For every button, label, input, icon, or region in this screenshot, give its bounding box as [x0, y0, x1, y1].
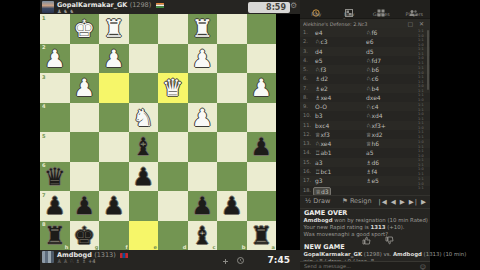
square-f2[interactable]: ♟	[99, 44, 129, 74]
opening-bar-icons[interactable]: ▢ ✕	[407, 19, 426, 28]
emoji-icon[interactable]: ☺	[420, 263, 426, 270]
white-move[interactable]: ♘c3	[315, 38, 328, 45]
square-b3[interactable]	[217, 73, 247, 103]
square-d8[interactable]: d	[158, 221, 188, 251]
black-move[interactable]: ♗d6	[366, 159, 379, 166]
square-b1[interactable]	[217, 14, 247, 44]
move-number: 8.	[303, 94, 308, 100]
move-row: 3.d4d51:11:1	[300, 47, 430, 56]
move-row: 15.a3♗d61:11:1	[300, 158, 430, 167]
square-b7[interactable]: ♟	[217, 191, 247, 221]
move-times: 1:11:0	[418, 38, 424, 46]
black-pawn[interactable]: ♟	[129, 162, 159, 192]
square-a3[interactable]: ♟	[247, 73, 277, 103]
square-e3[interactable]	[129, 73, 159, 103]
move-row: 10.b3♘xd41:01:1	[300, 111, 430, 120]
square-c7[interactable]: ♟	[188, 191, 218, 221]
playback-controls[interactable]: |◀◀▶▶|▶	[376, 198, 427, 206]
game-over-section: GAME OVER Amdbogd won by resignation (10…	[300, 209, 430, 238]
game-over-heading: GAME OVER	[300, 209, 430, 217]
move-number: 7.	[303, 85, 308, 91]
move-row: 4.e5♘fd71:01:1	[300, 56, 430, 65]
move-number: 17.	[303, 177, 311, 183]
black-move[interactable]: ♗e5	[366, 177, 379, 184]
square-h3[interactable]: 3	[40, 73, 70, 103]
square-h8[interactable]: 8h♜	[40, 221, 70, 251]
square-g2[interactable]	[70, 44, 100, 74]
white-king[interactable]: ♚	[70, 14, 100, 44]
move-times: 1:11:1	[418, 103, 424, 111]
move-times: 1:01:1	[418, 112, 424, 120]
chat-input[interactable]: Send a message... ☺	[300, 261, 430, 270]
clock-top: 8:59	[248, 2, 290, 13]
playback-button[interactable]: ▶	[400, 198, 406, 206]
square-b8[interactable]: b	[217, 221, 247, 251]
black-move[interactable]: a5	[366, 149, 374, 156]
move-times: 1:11:0	[418, 29, 424, 37]
move-row: 5.♘f3♘b61:11:0	[300, 65, 430, 74]
game-controls: ½ Draw ⚑ Resign |◀◀▶▶|▶	[300, 195, 430, 209]
square-f3[interactable]	[99, 73, 129, 103]
settings-gear-icon[interactable]: ⚙	[290, 1, 297, 10]
black-rook[interactable]: ♜	[40, 221, 70, 251]
clock-icon	[300, 2, 333, 10]
move-times: 1:11:0	[418, 121, 424, 129]
square-d1[interactable]	[158, 14, 188, 44]
move-row: 14.♖ab1a51:11:0	[300, 148, 430, 157]
timer-icon	[237, 257, 244, 264]
square-h5[interactable]: 5	[40, 132, 70, 162]
square-a1[interactable]	[247, 14, 277, 44]
black-move[interactable]: ♘c6	[366, 75, 379, 82]
move-number: 1.	[303, 29, 308, 35]
good-sport-line: Was movesnaghi a good sport?	[300, 231, 417, 237]
square-h6[interactable]: 6♛	[40, 162, 70, 192]
square-f5[interactable]	[99, 132, 129, 162]
playback-button[interactable]: ◀	[391, 198, 397, 206]
rank-label: 5	[42, 133, 46, 139]
move-number: 9.	[303, 103, 308, 109]
panel-tabs: PlayNew GameGamesPlayers	[300, 0, 430, 19]
move-number: 13.	[303, 140, 311, 146]
black-move[interactable]: ♘fd7	[366, 57, 381, 64]
square-e1[interactable]	[129, 14, 159, 44]
white-move[interactable]: ♘xe4	[315, 140, 331, 147]
square-b6[interactable]	[217, 162, 247, 192]
move-list: 1.e4♘f61:11:02.♘c3e61:11:03.d4d51:11:14.…	[300, 28, 430, 195]
resign-button[interactable]: ⚑ Resign	[342, 197, 372, 205]
move-number: 11.	[303, 122, 311, 128]
move-row: 2.♘c3e61:11:0	[300, 37, 430, 46]
square-a6[interactable]	[247, 162, 277, 192]
move-row: 16.♖bc1♗f41:01:1	[300, 167, 430, 176]
white-move[interactable]: g3	[315, 177, 323, 184]
move-row: 8.♗xe4dxe41:11:0	[300, 93, 430, 102]
black-pawn[interactable]: ♟	[70, 191, 100, 221]
white-move[interactable]: ♗d2	[315, 75, 328, 82]
move-row: 6.♗d2♘c61:11:1	[300, 74, 430, 83]
move-number: 14.	[303, 149, 311, 155]
move-times: 1:11:1	[418, 130, 424, 138]
opening-name: Alekhine's Defense: 2.Nc3	[303, 20, 367, 27]
white-pawn[interactable]: ♟	[188, 103, 218, 133]
square-f8[interactable]: f	[99, 221, 129, 251]
rating: (1313)	[94, 251, 116, 259]
avatar[interactable]	[42, 1, 54, 13]
square-c6[interactable]	[188, 162, 218, 192]
square-c1[interactable]: ♜	[188, 14, 218, 44]
white-pawn[interactable]: ♟	[188, 44, 218, 74]
tab-players[interactable]: Players	[398, 0, 431, 18]
white-move[interactable]: ♕d3	[313, 187, 331, 195]
rating-line: Your new Rapid rating is 1313 (+10).	[300, 224, 417, 230]
black-move[interactable]: ♘f6	[366, 29, 377, 36]
black-move[interactable]: d5	[366, 48, 374, 55]
avatar[interactable]	[42, 251, 54, 263]
white-move[interactable]: a3	[315, 159, 323, 166]
square-g6[interactable]	[70, 162, 100, 192]
rank-label: 1	[42, 15, 46, 21]
square-d4[interactable]	[158, 103, 188, 133]
black-move[interactable]: dxe4	[366, 94, 381, 101]
side-panel: PlayNew GameGamesPlayers Alekhine's Defe…	[300, 0, 430, 270]
square-b2[interactable]	[217, 44, 247, 74]
square-a4[interactable]	[247, 103, 277, 133]
black-bishop[interactable]: ♝	[188, 221, 218, 251]
white-rook[interactable]: ♜	[99, 14, 129, 44]
clock-bottom: 7:45	[268, 255, 290, 265]
move-times: 1:01:1	[418, 167, 424, 175]
material-advantage: +4	[88, 258, 96, 264]
move-times: 1:11:1	[418, 158, 424, 166]
black-move[interactable]: e6	[366, 38, 374, 45]
square-h1[interactable]: 1	[40, 14, 70, 44]
square-a2[interactable]	[247, 44, 277, 74]
square-c5[interactable]	[188, 132, 218, 162]
white-pawn[interactable]: ♟	[40, 44, 70, 74]
move-times: 1:01:1	[418, 84, 424, 92]
grid-icon	[365, 2, 398, 10]
playback-button[interactable]: ▶	[421, 198, 427, 206]
rank-label: 3	[42, 74, 46, 80]
square-a5[interactable]: ♟	[247, 132, 277, 162]
move-times: 1:11:0	[418, 66, 424, 74]
move-times: 1:01:1	[418, 56, 424, 64]
playback-button[interactable]: ▶|	[409, 198, 418, 206]
square-e6[interactable]: ♟	[129, 162, 159, 192]
white-move[interactable]: ♖ab1	[315, 149, 332, 156]
move-row: 7.♗e2♘b41:01:1	[300, 84, 430, 93]
move-row: 1.e4♘f61:11:0	[300, 28, 430, 37]
playback-button[interactable]: |◀	[379, 198, 388, 206]
white-move[interactable]: e5	[315, 57, 323, 64]
move-number: 2.	[303, 38, 308, 44]
square-g8[interactable]: g♚	[70, 221, 100, 251]
square-c8[interactable]: c♝	[188, 221, 218, 251]
square-d5[interactable]	[158, 132, 188, 162]
draw-button[interactable]: ½ Draw	[305, 197, 330, 205]
move-row: 11.bxc4♘xf3+1:11:0	[300, 121, 430, 130]
move-number: 18.	[303, 187, 311, 193]
black-pawn[interactable]: ♟	[188, 191, 218, 221]
square-g4[interactable]	[70, 103, 100, 133]
square-d2[interactable]	[158, 44, 188, 74]
white-move[interactable]: ♗e2	[315, 85, 328, 92]
square-f6[interactable]	[99, 162, 129, 192]
top-player-bar: GopalKarmakar_GK (1298) ♟ ♞ ♞ 8:59	[40, 0, 300, 14]
square-h4[interactable]: 4	[40, 103, 70, 133]
square-g5[interactable]	[70, 132, 100, 162]
black-move[interactable]: ♘xf3+	[366, 122, 386, 129]
square-f7[interactable]: ♟	[99, 191, 129, 221]
square-e8[interactable]: e	[129, 221, 159, 251]
square-d3[interactable]: ♛	[158, 73, 188, 103]
move-number: 12.	[303, 131, 311, 137]
square-b4[interactable]	[217, 103, 247, 133]
square-c3[interactable]	[188, 73, 218, 103]
tab-label: Players	[401, 11, 427, 17]
opening-name-bar: Alekhine's Defense: 2.Nc3 ▢ ✕	[300, 19, 430, 28]
white-move[interactable]: bxc4	[315, 122, 329, 129]
white-move[interactable]: O-O	[315, 103, 327, 110]
white-pawn[interactable]: ♟	[70, 73, 100, 103]
tab-games[interactable]: Games	[365, 0, 398, 18]
move-times: 1:11:0	[418, 93, 424, 101]
square-d6[interactable]	[158, 162, 188, 192]
black-move[interactable]: ♘xd4	[366, 112, 383, 119]
rating: (1298)	[130, 1, 152, 9]
white-move[interactable]: e4	[315, 29, 323, 36]
bottom-player-bar: Amdbogd (1313) ♙ ♙ ♘ ♗ ♗+4 7:45	[40, 250, 300, 270]
black-move[interactable]: ♘c4	[366, 103, 379, 110]
move-row: 17.g3♗e51:11:0	[300, 176, 430, 185]
black-move[interactable]: ♘b6	[366, 66, 379, 73]
people-icon	[398, 2, 431, 10]
india-flag-icon	[156, 3, 164, 8]
white-queen[interactable]: ♛	[158, 73, 188, 103]
white-move[interactable]: d4	[315, 48, 323, 55]
move-row: 12.♕xf3♕xd21:11:1	[300, 130, 430, 139]
move-times: 1:11:1	[418, 75, 424, 83]
chat-placeholder: Send a message...	[304, 263, 351, 269]
black-queen[interactable]: ♛	[40, 162, 70, 192]
white-pawn[interactable]: ♟	[247, 73, 277, 103]
move-times: 1:11:0	[418, 177, 424, 185]
move-times: 1:01:1	[418, 140, 424, 148]
white-move[interactable]: ♕xf3	[315, 131, 330, 138]
move-row: 13.♘xe4♕h61:01:1	[300, 139, 430, 148]
move-times: 1:11:1	[418, 47, 424, 55]
square-g1[interactable]: ♚	[70, 14, 100, 44]
square-d7[interactable]	[158, 191, 188, 221]
move-row: 18.♕d31:1	[300, 186, 430, 195]
tab-new-game[interactable]: New Game	[333, 0, 366, 18]
white-pawn[interactable]: ♟	[99, 44, 129, 74]
square-f4[interactable]	[99, 103, 129, 133]
black-bishop[interactable]: ♝	[129, 132, 159, 162]
move-number: 16.	[303, 168, 311, 174]
rank-label: 4	[42, 103, 46, 109]
white-move[interactable]: ♘f3	[315, 66, 326, 73]
scrollbar[interactable]	[427, 30, 429, 90]
square-e7[interactable]	[129, 191, 159, 221]
white-move[interactable]: ♗xe4	[315, 94, 331, 101]
black-move[interactable]: ♗f4	[366, 168, 377, 175]
plus-icon[interactable]	[223, 259, 228, 264]
move-number: 5.	[303, 66, 308, 72]
white-move[interactable]: b3	[315, 112, 323, 119]
chess-board[interactable]: 1♚♜♜2♟♟♟3♟♛♟4♞♟5♝♟6♛♟7♟♟♟♟♟8h♜g♚fedc♝ba♜	[40, 14, 276, 250]
square-f1[interactable]: ♜	[99, 14, 129, 44]
move-number: 6.	[303, 75, 308, 81]
move-times: 1:11:0	[418, 149, 424, 157]
square-c4[interactable]: ♟	[188, 103, 218, 133]
matchup-line: GopalKarmakar_GK (1298) vs. Amdbogd (131…	[300, 251, 417, 257]
white-rook[interactable]: ♜	[188, 14, 218, 44]
tab-label: Games	[368, 11, 394, 17]
tab-label: Play	[303, 11, 329, 17]
square-c2[interactable]: ♟	[188, 44, 218, 74]
square-a8[interactable]: a♜	[247, 221, 277, 251]
move-row: 9.O-O♘c41:11:1	[300, 102, 430, 111]
white-move[interactable]: ♖bc1	[315, 168, 331, 175]
move-number: 15.	[303, 159, 311, 165]
captured-pieces-bottom: ♙ ♙ ♘ ♗ ♗+4	[57, 258, 96, 264]
square-e5[interactable]: ♝	[129, 132, 159, 162]
black-pawn[interactable]: ♟	[247, 132, 277, 162]
move-number: 4.	[303, 57, 308, 63]
black-move[interactable]: ♘b4	[366, 85, 379, 92]
move-number: 10.	[303, 112, 311, 118]
square-g7[interactable]: ♟	[70, 191, 100, 221]
new-game-heading: NEW GAME	[300, 243, 430, 251]
board-icon	[333, 2, 366, 10]
tab-play[interactable]: Play	[300, 0, 333, 18]
black-pawn[interactable]: ♟	[40, 191, 70, 221]
app-frame: GopalKarmakar_GK (1298) ♟ ♞ ♞ 8:59 ⚙ 1♚♜…	[0, 0, 480, 270]
black-king[interactable]: ♚	[70, 221, 100, 251]
square-h7[interactable]: 7♟	[40, 191, 70, 221]
square-e4[interactable]: ♞	[129, 103, 159, 133]
black-move[interactable]: ♕h6	[366, 140, 379, 147]
square-e2[interactable]	[129, 44, 159, 74]
black-move[interactable]: ♕xd2	[366, 131, 383, 138]
square-h2[interactable]: 2♟	[40, 44, 70, 74]
black-rook[interactable]: ♜	[247, 221, 277, 251]
black-pawn[interactable]: ♟	[99, 191, 129, 221]
square-b5[interactable]	[217, 132, 247, 162]
move-times: 1:1	[418, 186, 424, 190]
mongolia-flag-icon	[120, 253, 128, 258]
result-line: Amdbogd won by resignation (10 min Rated…	[300, 217, 417, 223]
move-number: 3.	[303, 48, 308, 54]
black-pawn[interactable]: ♟	[217, 191, 247, 221]
square-a7[interactable]	[247, 191, 277, 221]
square-g3[interactable]: ♟	[70, 73, 100, 103]
white-knight[interactable]: ♞	[129, 103, 159, 133]
